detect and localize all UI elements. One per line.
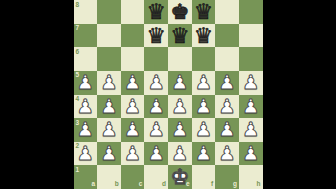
black-queen[interactable]: ♛ xyxy=(147,25,166,47)
square-b6[interactable] xyxy=(97,47,121,71)
file-label-c: c xyxy=(139,181,143,188)
square-c4[interactable]: ♟ xyxy=(121,95,145,119)
white-pawn[interactable]: ♟ xyxy=(124,97,141,117)
white-pawn[interactable]: ♟ xyxy=(77,73,94,93)
square-b2[interactable]: ♟ xyxy=(97,142,121,166)
square-a6[interactable]: 6 xyxy=(74,47,98,71)
square-f1[interactable]: f xyxy=(192,165,216,189)
white-pawn[interactable]: ♟ xyxy=(171,120,188,140)
square-h4[interactable]: ♟ xyxy=(239,95,263,119)
square-b7[interactable] xyxy=(97,24,121,48)
white-pawn[interactable]: ♟ xyxy=(242,97,259,117)
square-g7[interactable] xyxy=(215,24,239,48)
square-b5[interactable]: ♟ xyxy=(97,71,121,95)
square-h6[interactable] xyxy=(239,47,263,71)
square-f5[interactable]: ♟ xyxy=(192,71,216,95)
square-a7[interactable]: 7 xyxy=(74,24,98,48)
square-b1[interactable]: b xyxy=(97,165,121,189)
white-pawn[interactable]: ♟ xyxy=(77,97,94,117)
white-pawn[interactable]: ♟ xyxy=(77,144,94,164)
square-h8[interactable] xyxy=(239,0,263,24)
white-pawn[interactable]: ♟ xyxy=(195,144,212,164)
square-e3[interactable]: ♟ xyxy=(168,118,192,142)
square-a5[interactable]: 5♟ xyxy=(74,71,98,95)
white-pawn[interactable]: ♟ xyxy=(100,73,117,93)
black-king[interactable]: ♚ xyxy=(170,1,189,23)
white-pawn[interactable]: ♟ xyxy=(218,97,235,117)
square-g4[interactable]: ♟ xyxy=(215,95,239,119)
rank-label-1: 1 xyxy=(76,167,80,174)
square-g5[interactable]: ♟ xyxy=(215,71,239,95)
square-c2[interactable]: ♟ xyxy=(121,142,145,166)
square-d6[interactable] xyxy=(144,47,168,71)
square-b4[interactable]: ♟ xyxy=(97,95,121,119)
square-a3[interactable]: 3♟ xyxy=(74,118,98,142)
square-c6[interactable] xyxy=(121,47,145,71)
white-pawn[interactable]: ♟ xyxy=(218,73,235,93)
square-c1[interactable]: c xyxy=(121,165,145,189)
black-queen[interactable]: ♛ xyxy=(147,1,166,23)
square-e4[interactable]: ♟ xyxy=(168,95,192,119)
square-g3[interactable]: ♟ xyxy=(215,118,239,142)
square-b3[interactable]: ♟ xyxy=(97,118,121,142)
file-label-b: b xyxy=(115,181,119,188)
file-label-a: a xyxy=(92,181,96,188)
white-pawn[interactable]: ♟ xyxy=(77,120,94,140)
white-pawn[interactable]: ♟ xyxy=(147,73,164,93)
white-pawn[interactable]: ♟ xyxy=(124,73,141,93)
white-pawn[interactable]: ♟ xyxy=(195,97,212,117)
white-pawn[interactable]: ♟ xyxy=(100,120,117,140)
chess-board: 8♛♚♛7♛♛♛65♟♟♟♟♟♟♟♟4♟♟♟♟♟♟♟♟3♟♟♟♟♟♟♟♟2♟♟♟… xyxy=(74,0,263,189)
white-pawn[interactable]: ♟ xyxy=(147,97,164,117)
white-king[interactable]: ♚ xyxy=(170,166,189,188)
square-d4[interactable]: ♟ xyxy=(144,95,168,119)
square-c8[interactable] xyxy=(121,0,145,24)
file-label-d: d xyxy=(162,181,166,188)
white-pawn[interactable]: ♟ xyxy=(124,144,141,164)
file-label-f: f xyxy=(211,181,213,188)
square-f3[interactable]: ♟ xyxy=(192,118,216,142)
square-d5[interactable]: ♟ xyxy=(144,71,168,95)
square-e6[interactable] xyxy=(168,47,192,71)
white-pawn[interactable]: ♟ xyxy=(171,144,188,164)
white-pawn[interactable]: ♟ xyxy=(242,144,259,164)
square-h5[interactable]: ♟ xyxy=(239,71,263,95)
white-pawn[interactable]: ♟ xyxy=(100,144,117,164)
white-pawn[interactable]: ♟ xyxy=(218,120,235,140)
square-e1[interactable]: e♚ xyxy=(168,165,192,189)
black-queen[interactable]: ♛ xyxy=(170,25,189,47)
white-pawn[interactable]: ♟ xyxy=(242,120,259,140)
square-d3[interactable]: ♟ xyxy=(144,118,168,142)
white-pawn[interactable]: ♟ xyxy=(124,120,141,140)
square-d7[interactable]: ♛ xyxy=(144,24,168,48)
square-g8[interactable] xyxy=(215,0,239,24)
square-f2[interactable]: ♟ xyxy=(192,142,216,166)
square-c5[interactable]: ♟ xyxy=(121,71,145,95)
white-pawn[interactable]: ♟ xyxy=(242,73,259,93)
white-pawn[interactable]: ♟ xyxy=(195,73,212,93)
rank-label-6: 6 xyxy=(76,49,80,56)
white-pawn[interactable]: ♟ xyxy=(171,97,188,117)
square-b8[interactable] xyxy=(97,0,121,24)
white-pawn[interactable]: ♟ xyxy=(218,144,235,164)
square-h3[interactable]: ♟ xyxy=(239,118,263,142)
rank-label-7: 7 xyxy=(76,25,80,32)
square-a8[interactable]: 8 xyxy=(74,0,98,24)
white-pawn[interactable]: ♟ xyxy=(147,120,164,140)
square-d1[interactable]: d xyxy=(144,165,168,189)
square-f7[interactable]: ♛ xyxy=(192,24,216,48)
rank-label-8: 8 xyxy=(76,2,80,9)
square-h2[interactable]: ♟ xyxy=(239,142,263,166)
white-pawn[interactable]: ♟ xyxy=(195,120,212,140)
square-e5[interactable]: ♟ xyxy=(168,71,192,95)
square-g1[interactable]: g xyxy=(215,165,239,189)
square-e7[interactable]: ♛ xyxy=(168,24,192,48)
square-e8[interactable]: ♚ xyxy=(168,0,192,24)
square-c3[interactable]: ♟ xyxy=(121,118,145,142)
square-h1[interactable]: h xyxy=(239,165,263,189)
square-d2[interactable]: ♟ xyxy=(144,142,168,166)
square-f6[interactable] xyxy=(192,47,216,71)
square-g6[interactable] xyxy=(215,47,239,71)
square-h7[interactable] xyxy=(239,24,263,48)
white-pawn[interactable]: ♟ xyxy=(100,97,117,117)
square-f4[interactable]: ♟ xyxy=(192,95,216,119)
app-background: 8♛♚♛7♛♛♛65♟♟♟♟♟♟♟♟4♟♟♟♟♟♟♟♟3♟♟♟♟♟♟♟♟2♟♟♟… xyxy=(0,0,336,189)
file-label-h: h xyxy=(257,181,261,188)
square-g2[interactable]: ♟ xyxy=(215,142,239,166)
square-e2[interactable]: ♟ xyxy=(168,142,192,166)
square-a1[interactable]: 1a xyxy=(74,165,98,189)
white-pawn[interactable]: ♟ xyxy=(147,144,164,164)
white-pawn[interactable]: ♟ xyxy=(171,73,188,93)
square-a2[interactable]: 2♟ xyxy=(74,142,98,166)
black-queen[interactable]: ♛ xyxy=(194,25,213,47)
file-label-g: g xyxy=(233,181,237,188)
square-a4[interactable]: 4♟ xyxy=(74,95,98,119)
black-queen[interactable]: ♛ xyxy=(194,1,213,23)
square-f8[interactable]: ♛ xyxy=(192,0,216,24)
square-c7[interactable] xyxy=(121,24,145,48)
square-d8[interactable]: ♛ xyxy=(144,0,168,24)
